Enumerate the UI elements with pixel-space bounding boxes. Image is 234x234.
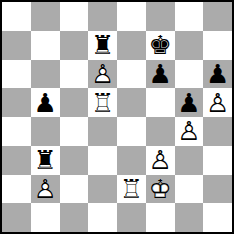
square-a5[interactable] <box>2 88 31 117</box>
square-h2[interactable] <box>203 175 232 204</box>
square-e6[interactable] <box>117 60 146 89</box>
square-h6[interactable]: ♟ <box>203 60 232 89</box>
square-e1[interactable] <box>117 203 146 232</box>
square-d4[interactable] <box>88 117 117 146</box>
square-c8[interactable] <box>60 2 89 31</box>
square-a4[interactable] <box>2 117 31 146</box>
piece-white-pawn: ♟♙ <box>31 175 60 204</box>
square-g2[interactable] <box>175 175 204 204</box>
square-c2[interactable] <box>60 175 89 204</box>
square-a7[interactable] <box>2 31 31 60</box>
square-b2[interactable]: ♟♙ <box>31 175 60 204</box>
piece-black-pawn: ♟ <box>146 60 175 89</box>
square-b5[interactable]: ♟ <box>31 88 60 117</box>
square-d6[interactable]: ♟♙ <box>88 60 117 89</box>
square-d5[interactable]: ♜♖ <box>88 88 117 117</box>
square-h5[interactable]: ♟♙ <box>203 88 232 117</box>
square-h4[interactable] <box>203 117 232 146</box>
square-h7[interactable] <box>203 31 232 60</box>
square-e4[interactable] <box>117 117 146 146</box>
square-d2[interactable] <box>88 175 117 204</box>
square-b6[interactable] <box>31 60 60 89</box>
square-f4[interactable] <box>146 117 175 146</box>
square-f1[interactable] <box>146 203 175 232</box>
square-f7[interactable]: ♚ <box>146 31 175 60</box>
piece-black-pawn: ♟ <box>175 88 204 117</box>
piece-white-pawn: ♟♙ <box>88 60 117 89</box>
square-f6[interactable]: ♟ <box>146 60 175 89</box>
piece-white-rook: ♜♖ <box>88 88 117 117</box>
square-h1[interactable] <box>203 203 232 232</box>
square-d3[interactable] <box>88 146 117 175</box>
square-f5[interactable] <box>146 88 175 117</box>
piece-white-king: ♚♔ <box>146 175 175 204</box>
square-f8[interactable] <box>146 2 175 31</box>
square-d1[interactable] <box>88 203 117 232</box>
piece-white-rook: ♜♖ <box>117 175 146 204</box>
square-e7[interactable] <box>117 31 146 60</box>
square-c4[interactable] <box>60 117 89 146</box>
square-c7[interactable] <box>60 31 89 60</box>
piece-black-rook: ♜ <box>88 31 117 60</box>
chess-board: ♜♚♟♙♟♟♟♜♖♟♟♙♟♙♜♟♙♟♙♜♖♚♔ <box>0 0 234 234</box>
square-f2[interactable]: ♚♔ <box>146 175 175 204</box>
square-a6[interactable] <box>2 60 31 89</box>
square-b8[interactable] <box>31 2 60 31</box>
square-g5[interactable]: ♟ <box>175 88 204 117</box>
square-e5[interactable] <box>117 88 146 117</box>
piece-white-pawn: ♟♙ <box>146 146 175 175</box>
square-g7[interactable] <box>175 31 204 60</box>
piece-black-pawn: ♟ <box>203 60 232 89</box>
square-b1[interactable] <box>31 203 60 232</box>
square-d8[interactable] <box>88 2 117 31</box>
square-c6[interactable] <box>60 60 89 89</box>
square-h3[interactable] <box>203 146 232 175</box>
piece-black-pawn: ♟ <box>31 88 60 117</box>
square-a1[interactable] <box>2 203 31 232</box>
square-a8[interactable] <box>2 2 31 31</box>
square-a2[interactable] <box>2 175 31 204</box>
square-g3[interactable] <box>175 146 204 175</box>
square-h8[interactable] <box>203 2 232 31</box>
square-c1[interactable] <box>60 203 89 232</box>
square-f3[interactable]: ♟♙ <box>146 146 175 175</box>
square-g6[interactable] <box>175 60 204 89</box>
square-a3[interactable] <box>2 146 31 175</box>
square-b4[interactable] <box>31 117 60 146</box>
square-g8[interactable] <box>175 2 204 31</box>
square-g1[interactable] <box>175 203 204 232</box>
square-e3[interactable] <box>117 146 146 175</box>
piece-white-pawn: ♟♙ <box>203 88 232 117</box>
square-d7[interactable]: ♜ <box>88 31 117 60</box>
piece-black-rook: ♜ <box>31 146 60 175</box>
piece-white-pawn: ♟♙ <box>175 117 204 146</box>
square-e8[interactable] <box>117 2 146 31</box>
square-b3[interactable]: ♜ <box>31 146 60 175</box>
square-e2[interactable]: ♜♖ <box>117 175 146 204</box>
piece-black-king: ♚ <box>146 31 175 60</box>
square-b7[interactable] <box>31 31 60 60</box>
square-g4[interactable]: ♟♙ <box>175 117 204 146</box>
square-c3[interactable] <box>60 146 89 175</box>
square-c5[interactable] <box>60 88 89 117</box>
